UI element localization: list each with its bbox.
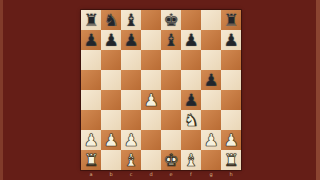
square-b5[interactable] bbox=[101, 70, 121, 90]
square-h1[interactable]: ♜ bbox=[221, 150, 241, 170]
square-e4[interactable] bbox=[161, 90, 181, 110]
file-label-b: b bbox=[101, 170, 121, 180]
square-c1[interactable]: ♝ bbox=[121, 150, 141, 170]
piece-white-pawn: ♟ bbox=[123, 130, 138, 150]
file-label-a: a bbox=[81, 170, 101, 180]
square-g6[interactable] bbox=[201, 50, 221, 70]
chess-board: ♜♞♝♚♜♟♟♟♝♟♟♟♟♟♞♟♟♟♟♟♜♝♚♝♜ bbox=[81, 10, 241, 170]
piece-white-rook: ♜ bbox=[83, 150, 98, 170]
square-a1[interactable]: ♜ bbox=[81, 150, 101, 170]
square-f7[interactable]: ♟ bbox=[181, 30, 201, 50]
square-h4[interactable] bbox=[221, 90, 241, 110]
square-d6[interactable] bbox=[141, 50, 161, 70]
square-f5[interactable] bbox=[181, 70, 201, 90]
file-label-d: d bbox=[141, 170, 161, 180]
square-f8[interactable] bbox=[181, 10, 201, 30]
square-f4[interactable]: ♟ bbox=[181, 90, 201, 110]
square-g2[interactable]: ♟ bbox=[201, 130, 221, 150]
square-f6[interactable] bbox=[181, 50, 201, 70]
square-b2[interactable]: ♟ bbox=[101, 130, 121, 150]
square-e8[interactable]: ♚ bbox=[161, 10, 181, 30]
file-label-c: c bbox=[121, 170, 141, 180]
square-e3[interactable] bbox=[161, 110, 181, 130]
square-b1[interactable] bbox=[101, 150, 121, 170]
piece-black-rook: ♜ bbox=[223, 10, 238, 30]
square-c5[interactable] bbox=[121, 70, 141, 90]
square-a6[interactable] bbox=[81, 50, 101, 70]
square-h3[interactable] bbox=[221, 110, 241, 130]
square-g4[interactable] bbox=[201, 90, 221, 110]
square-g7[interactable] bbox=[201, 30, 221, 50]
square-b3[interactable] bbox=[101, 110, 121, 130]
square-a2[interactable]: ♟ bbox=[81, 130, 101, 150]
square-c3[interactable] bbox=[121, 110, 141, 130]
piece-black-bishop: ♝ bbox=[123, 10, 138, 30]
file-label-g: g bbox=[201, 170, 221, 180]
piece-black-pawn: ♟ bbox=[203, 70, 218, 90]
piece-black-king: ♚ bbox=[163, 10, 178, 30]
piece-white-rook: ♜ bbox=[223, 150, 238, 170]
square-g5[interactable]: ♟ bbox=[201, 70, 221, 90]
file-label-h: h bbox=[221, 170, 241, 180]
piece-black-pawn: ♟ bbox=[103, 30, 118, 50]
square-a8[interactable]: ♜ bbox=[81, 10, 101, 30]
square-h8[interactable]: ♜ bbox=[221, 10, 241, 30]
piece-black-knight: ♞ bbox=[103, 10, 118, 30]
piece-white-pawn: ♟ bbox=[103, 130, 118, 150]
piece-white-pawn: ♟ bbox=[203, 130, 218, 150]
piece-black-rook: ♜ bbox=[83, 10, 98, 30]
square-h7[interactable]: ♟ bbox=[221, 30, 241, 50]
square-d2[interactable] bbox=[141, 130, 161, 150]
square-h6[interactable] bbox=[221, 50, 241, 70]
square-f2[interactable] bbox=[181, 130, 201, 150]
square-g8[interactable] bbox=[201, 10, 221, 30]
piece-white-king: ♚ bbox=[163, 150, 178, 170]
frame-left-highlight bbox=[0, 0, 3, 180]
square-c4[interactable] bbox=[121, 90, 141, 110]
square-e6[interactable] bbox=[161, 50, 181, 70]
square-c8[interactable]: ♝ bbox=[121, 10, 141, 30]
piece-white-pawn: ♟ bbox=[223, 130, 238, 150]
square-d3[interactable] bbox=[141, 110, 161, 130]
square-a7[interactable]: ♟ bbox=[81, 30, 101, 50]
piece-black-pawn: ♟ bbox=[183, 30, 198, 50]
piece-black-pawn: ♟ bbox=[83, 30, 98, 50]
square-c2[interactable]: ♟ bbox=[121, 130, 141, 150]
piece-black-bishop: ♝ bbox=[163, 30, 178, 50]
square-b4[interactable] bbox=[101, 90, 121, 110]
square-e2[interactable] bbox=[161, 130, 181, 150]
square-a4[interactable] bbox=[81, 90, 101, 110]
square-a5[interactable] bbox=[81, 70, 101, 90]
piece-black-pawn: ♟ bbox=[223, 30, 238, 50]
piece-white-pawn: ♟ bbox=[83, 130, 98, 150]
square-g3[interactable] bbox=[201, 110, 221, 130]
square-f1[interactable]: ♝ bbox=[181, 150, 201, 170]
square-d7[interactable] bbox=[141, 30, 161, 50]
square-b6[interactable] bbox=[101, 50, 121, 70]
square-g1[interactable] bbox=[201, 150, 221, 170]
square-b7[interactable]: ♟ bbox=[101, 30, 121, 50]
square-c7[interactable]: ♟ bbox=[121, 30, 141, 50]
square-c6[interactable] bbox=[121, 50, 141, 70]
square-b8[interactable]: ♞ bbox=[101, 10, 121, 30]
piece-white-bishop: ♝ bbox=[123, 150, 138, 170]
frame-right-highlight bbox=[316, 0, 320, 180]
chess-thumbnail: ♜♞♝♚♜♟♟♟♝♟♟♟♟♟♞♟♟♟♟♟♜♝♚♝♜ abcdefgh bbox=[0, 0, 320, 180]
file-labels: abcdefgh bbox=[81, 170, 241, 180]
square-d5[interactable] bbox=[141, 70, 161, 90]
piece-black-pawn: ♟ bbox=[123, 30, 138, 50]
piece-white-bishop: ♝ bbox=[183, 150, 198, 170]
piece-black-pawn: ♟ bbox=[183, 90, 198, 110]
square-d4[interactable]: ♟ bbox=[141, 90, 161, 110]
piece-white-pawn: ♟ bbox=[143, 90, 158, 110]
square-e1[interactable]: ♚ bbox=[161, 150, 181, 170]
square-d1[interactable] bbox=[141, 150, 161, 170]
square-e5[interactable] bbox=[161, 70, 181, 90]
piece-white-knight: ♞ bbox=[183, 110, 198, 130]
square-d8[interactable] bbox=[141, 10, 161, 30]
square-h2[interactable]: ♟ bbox=[221, 130, 241, 150]
file-label-e: e bbox=[161, 170, 181, 180]
file-label-f: f bbox=[181, 170, 201, 180]
square-h5[interactable] bbox=[221, 70, 241, 90]
square-a3[interactable] bbox=[81, 110, 101, 130]
square-f3[interactable]: ♞ bbox=[181, 110, 201, 130]
square-e7[interactable]: ♝ bbox=[161, 30, 181, 50]
